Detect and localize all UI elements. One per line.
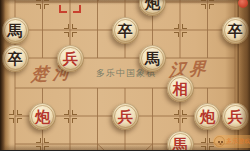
point-marker — [9, 110, 22, 123]
point-marker — [201, 0, 214, 9]
point-marker — [36, 138, 49, 151]
piece-red-cannon[interactable]: 炮 — [194, 103, 221, 130]
piece-red-soldier[interactable]: 兵 — [57, 45, 84, 72]
piece-red-elephant[interactable]: 相 — [167, 75, 194, 102]
piece-black-soldier[interactable]: 卒 — [222, 17, 249, 44]
piece-red-soldier[interactable]: 兵 — [112, 103, 139, 130]
piece-black-soldier[interactable]: 卒 — [112, 17, 139, 44]
xiangqi-board: 楚河 汉界 多乐中国象棋 炮馬卒卒卒兵馬相炮兵炮兵馬 多乐游戏 — [0, 0, 250, 150]
piece-red-soldier[interactable]: 兵 — [222, 103, 249, 130]
point-marker — [64, 110, 77, 123]
piece-red-cannon[interactable]: 炮 — [29, 103, 56, 130]
point-marker — [201, 138, 214, 151]
last-move-marker — [59, 0, 81, 13]
point-marker — [36, 0, 49, 9]
piece-black-soldier[interactable]: 卒 — [2, 45, 29, 72]
badge-label: 多乐游戏 — [226, 137, 250, 146]
piece-red-horse[interactable]: 馬 — [167, 131, 194, 151]
point-marker — [174, 24, 187, 37]
point-marker — [174, 110, 187, 123]
mascot-icon — [214, 136, 225, 147]
piece-black-horse[interactable]: 馬 — [139, 45, 166, 72]
watermark-badge[interactable]: 多乐游戏 — [213, 135, 250, 148]
point-marker — [64, 24, 77, 37]
piece-black-horse[interactable]: 馬 — [2, 17, 29, 44]
